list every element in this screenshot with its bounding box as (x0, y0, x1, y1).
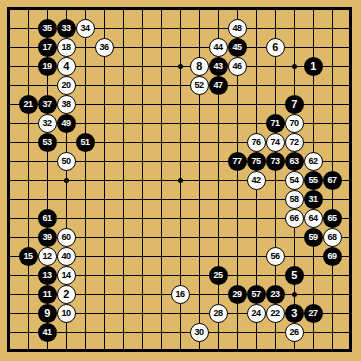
grid-line-horizontal (9, 351, 352, 352)
star-point (178, 178, 183, 183)
stone-white-move-54[interactable]: 54 (285, 171, 304, 190)
stone-black-move-7[interactable]: 7 (285, 95, 304, 114)
stone-black-move-13[interactable]: 13 (38, 266, 57, 285)
stone-black-move-37[interactable]: 37 (38, 95, 57, 114)
stone-white-move-22[interactable]: 22 (266, 304, 285, 323)
stone-black-move-65[interactable]: 65 (323, 209, 342, 228)
grid-line-vertical (85, 9, 86, 352)
stone-white-move-48[interactable]: 48 (228, 19, 247, 38)
stone-black-move-75[interactable]: 75 (247, 152, 266, 171)
stone-black-move-31[interactable]: 31 (304, 190, 323, 209)
stone-black-move-19[interactable]: 19 (38, 57, 57, 76)
stone-white-move-74[interactable]: 74 (266, 133, 285, 152)
stone-black-move-71[interactable]: 71 (266, 114, 285, 133)
stone-black-move-53[interactable]: 53 (38, 133, 57, 152)
stone-white-move-30[interactable]: 30 (190, 323, 209, 342)
stone-white-move-10[interactable]: 10 (57, 304, 76, 323)
stone-black-move-41[interactable]: 41 (38, 323, 57, 342)
stone-black-move-27[interactable]: 27 (304, 304, 323, 323)
stone-black-move-77[interactable]: 77 (228, 152, 247, 171)
stone-black-move-57[interactable]: 57 (247, 285, 266, 304)
stone-white-move-28[interactable]: 28 (209, 304, 228, 323)
stone-black-move-25[interactable]: 25 (209, 266, 228, 285)
stone-white-move-16[interactable]: 16 (171, 285, 190, 304)
stone-white-move-66[interactable]: 66 (285, 209, 304, 228)
grid-line-vertical (351, 9, 352, 352)
stone-black-move-59[interactable]: 59 (304, 228, 323, 247)
grid-line-vertical (161, 9, 162, 352)
stone-black-move-11[interactable]: 11 (38, 285, 57, 304)
star-point (64, 178, 69, 183)
star-point (292, 292, 297, 297)
grid-line-vertical (123, 9, 124, 352)
stone-white-move-64[interactable]: 64 (304, 209, 323, 228)
grid-line-horizontal (9, 9, 352, 10)
stone-white-move-12[interactable]: 12 (38, 247, 57, 266)
stone-white-move-56[interactable]: 56 (266, 247, 285, 266)
stone-black-move-21[interactable]: 21 (19, 95, 38, 114)
grid-line-vertical (9, 9, 10, 352)
stone-black-move-45[interactable]: 45 (228, 38, 247, 57)
stone-black-move-5[interactable]: 5 (285, 266, 304, 285)
stone-white-move-26[interactable]: 26 (285, 323, 304, 342)
stone-black-move-61[interactable]: 61 (38, 209, 57, 228)
stone-black-move-17[interactable]: 17 (38, 38, 57, 57)
stone-white-move-24[interactable]: 24 (247, 304, 266, 323)
stone-white-move-8[interactable]: 8 (190, 57, 209, 76)
stone-white-move-36[interactable]: 36 (95, 38, 114, 57)
stone-white-move-18[interactable]: 18 (57, 38, 76, 57)
stone-black-move-15[interactable]: 15 (19, 247, 38, 266)
stone-black-move-39[interactable]: 39 (38, 228, 57, 247)
stone-white-move-38[interactable]: 38 (57, 95, 76, 114)
stone-white-move-76[interactable]: 76 (247, 133, 266, 152)
stone-white-move-70[interactable]: 70 (285, 114, 304, 133)
stone-black-move-9[interactable]: 9 (38, 304, 57, 323)
stone-white-move-42[interactable]: 42 (247, 171, 266, 190)
stone-white-move-68[interactable]: 68 (323, 228, 342, 247)
stone-white-move-58[interactable]: 58 (285, 190, 304, 209)
stone-white-move-62[interactable]: 62 (304, 152, 323, 171)
stone-white-move-60[interactable]: 60 (57, 228, 76, 247)
stone-white-move-6[interactable]: 6 (266, 38, 285, 57)
grid-line-vertical (28, 9, 29, 352)
stone-white-move-2[interactable]: 2 (57, 285, 76, 304)
stone-black-move-63[interactable]: 63 (285, 152, 304, 171)
stone-white-move-20[interactable]: 20 (57, 76, 76, 95)
stone-white-move-44[interactable]: 44 (209, 38, 228, 57)
stone-black-move-47[interactable]: 47 (209, 76, 228, 95)
stone-black-move-67[interactable]: 67 (323, 171, 342, 190)
stone-black-move-73[interactable]: 73 (266, 152, 285, 171)
stone-black-move-33[interactable]: 33 (57, 19, 76, 38)
stone-white-move-50[interactable]: 50 (57, 152, 76, 171)
stone-black-move-1[interactable]: 1 (304, 57, 323, 76)
star-point (292, 64, 297, 69)
stone-black-move-23[interactable]: 23 (266, 285, 285, 304)
stone-black-move-69[interactable]: 69 (323, 247, 342, 266)
stone-white-move-32[interactable]: 32 (38, 114, 57, 133)
stone-black-move-55[interactable]: 55 (304, 171, 323, 190)
stone-black-move-3[interactable]: 3 (285, 304, 304, 323)
stone-white-move-72[interactable]: 72 (285, 133, 304, 152)
stone-black-move-35[interactable]: 35 (38, 19, 57, 38)
stone-black-move-51[interactable]: 51 (76, 133, 95, 152)
stone-black-move-29[interactable]: 29 (228, 285, 247, 304)
grid-line-vertical (142, 9, 143, 352)
star-point (178, 64, 183, 69)
stone-black-move-43[interactable]: 43 (209, 57, 228, 76)
stone-white-move-46[interactable]: 46 (228, 57, 247, 76)
stone-white-move-14[interactable]: 14 (57, 266, 76, 285)
stone-white-move-4[interactable]: 4 (57, 57, 76, 76)
stone-white-move-34[interactable]: 34 (76, 19, 95, 38)
go-board[interactable]: 1234567891011121314151617181920212223242… (0, 0, 361, 361)
grid-line-vertical (104, 9, 105, 352)
stone-white-move-52[interactable]: 52 (190, 76, 209, 95)
stone-white-move-40[interactable]: 40 (57, 247, 76, 266)
stone-black-move-49[interactable]: 49 (57, 114, 76, 133)
